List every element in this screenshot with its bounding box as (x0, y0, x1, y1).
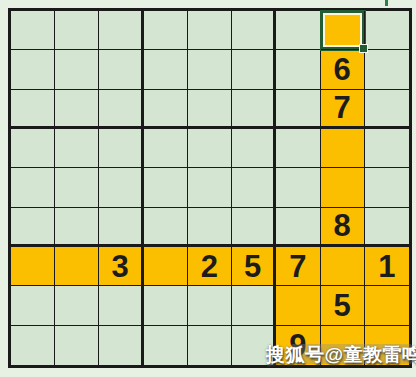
cell-r8c6[interactable] (232, 286, 276, 325)
cell-r6c3[interactable] (99, 208, 143, 247)
cell-r1c2[interactable] (55, 11, 99, 50)
cell-r6c1[interactable] (11, 208, 55, 247)
cell-r4c7[interactable] (276, 129, 320, 168)
cell-r9c2[interactable] (55, 326, 99, 365)
cell-r3c8[interactable]: 7 (321, 90, 365, 129)
cell-r7c8[interactable] (321, 247, 365, 286)
cell-r1c7[interactable] (276, 11, 320, 50)
cell-r8c9[interactable] (365, 286, 409, 325)
cell-r8c5[interactable] (188, 286, 232, 325)
cell-r1c6[interactable] (232, 11, 276, 50)
cell-r5c7[interactable] (276, 168, 320, 207)
cell-r8c2[interactable] (55, 286, 99, 325)
cell-r6c4[interactable] (144, 208, 188, 247)
cell-r5c5[interactable] (188, 168, 232, 207)
cell-r7c9[interactable]: 1 (365, 247, 409, 286)
selection-tick (385, 0, 388, 6)
cell-r6c8[interactable]: 8 (321, 208, 365, 247)
cell-r4c4[interactable] (144, 129, 188, 168)
cell-r2c6[interactable] (232, 50, 276, 89)
cell-r4c6[interactable] (232, 129, 276, 168)
cell-r6c5[interactable] (188, 208, 232, 247)
cell-r7c4[interactable] (144, 247, 188, 286)
cell-r4c5[interactable] (188, 129, 232, 168)
sudoku-board-screenshot: 6783257159 搜狐号@童教雷鸣 (0, 0, 416, 377)
cell-r2c2[interactable] (55, 50, 99, 89)
cell-r9c5[interactable] (188, 326, 232, 365)
cell-r6c7[interactable] (276, 208, 320, 247)
cell-r2c3[interactable] (99, 50, 143, 89)
cell-r3c3[interactable] (99, 90, 143, 129)
cell-r2c8[interactable]: 6 (321, 50, 365, 89)
cell-r3c9[interactable] (365, 90, 409, 129)
cell-r3c2[interactable] (55, 90, 99, 129)
cell-r4c3[interactable] (99, 129, 143, 168)
cell-r5c9[interactable] (365, 168, 409, 207)
cell-r8c4[interactable] (144, 286, 188, 325)
cell-r5c8[interactable] (321, 168, 365, 207)
cell-r7c2[interactable] (55, 247, 99, 286)
cell-r3c5[interactable] (188, 90, 232, 129)
cell-r1c8[interactable] (321, 11, 365, 50)
cell-r7c7[interactable]: 7 (276, 247, 320, 286)
cell-r3c1[interactable] (11, 90, 55, 129)
cell-r5c1[interactable] (11, 168, 55, 207)
cell-r1c3[interactable] (99, 11, 143, 50)
cell-r9c4[interactable] (144, 326, 188, 365)
cell-r9c1[interactable] (11, 326, 55, 365)
cell-r9c3[interactable] (99, 326, 143, 365)
cell-r7c3[interactable]: 3 (99, 247, 143, 286)
cell-r3c7[interactable] (276, 90, 320, 129)
cell-r3c4[interactable] (144, 90, 188, 129)
cell-r6c6[interactable] (232, 208, 276, 247)
cell-r2c4[interactable] (144, 50, 188, 89)
cell-r8c8[interactable]: 5 (321, 286, 365, 325)
cell-r1c9[interactable] (365, 11, 409, 50)
sudoku-grid: 6783257159 (8, 8, 412, 368)
cell-r5c2[interactable] (55, 168, 99, 207)
cell-r4c8[interactable] (321, 129, 365, 168)
cell-r6c2[interactable] (55, 208, 99, 247)
cell-r8c3[interactable] (99, 286, 143, 325)
cell-r2c1[interactable] (11, 50, 55, 89)
cell-r4c1[interactable] (11, 129, 55, 168)
cell-r1c1[interactable] (11, 11, 55, 50)
cell-r1c4[interactable] (144, 11, 188, 50)
cell-r5c3[interactable] (99, 168, 143, 207)
cell-r6c9[interactable] (365, 208, 409, 247)
cell-r8c1[interactable] (11, 286, 55, 325)
cell-r1c5[interactable] (188, 11, 232, 50)
cell-r4c9[interactable] (365, 129, 409, 168)
cell-r4c2[interactable] (55, 129, 99, 168)
cell-r2c5[interactable] (188, 50, 232, 89)
cell-r8c7[interactable] (276, 286, 320, 325)
fill-handle[interactable] (359, 44, 368, 53)
watermark: 搜狐号@童教雷鸣 (266, 342, 416, 368)
cell-r7c5[interactable]: 2 (188, 247, 232, 286)
cell-r2c9[interactable] (365, 50, 409, 89)
cell-r5c6[interactable] (232, 168, 276, 207)
cell-r2c7[interactable] (276, 50, 320, 89)
cell-r7c1[interactable] (11, 247, 55, 286)
cell-r5c4[interactable] (144, 168, 188, 207)
cell-r3c6[interactable] (232, 90, 276, 129)
cell-r7c6[interactable]: 5 (232, 247, 276, 286)
